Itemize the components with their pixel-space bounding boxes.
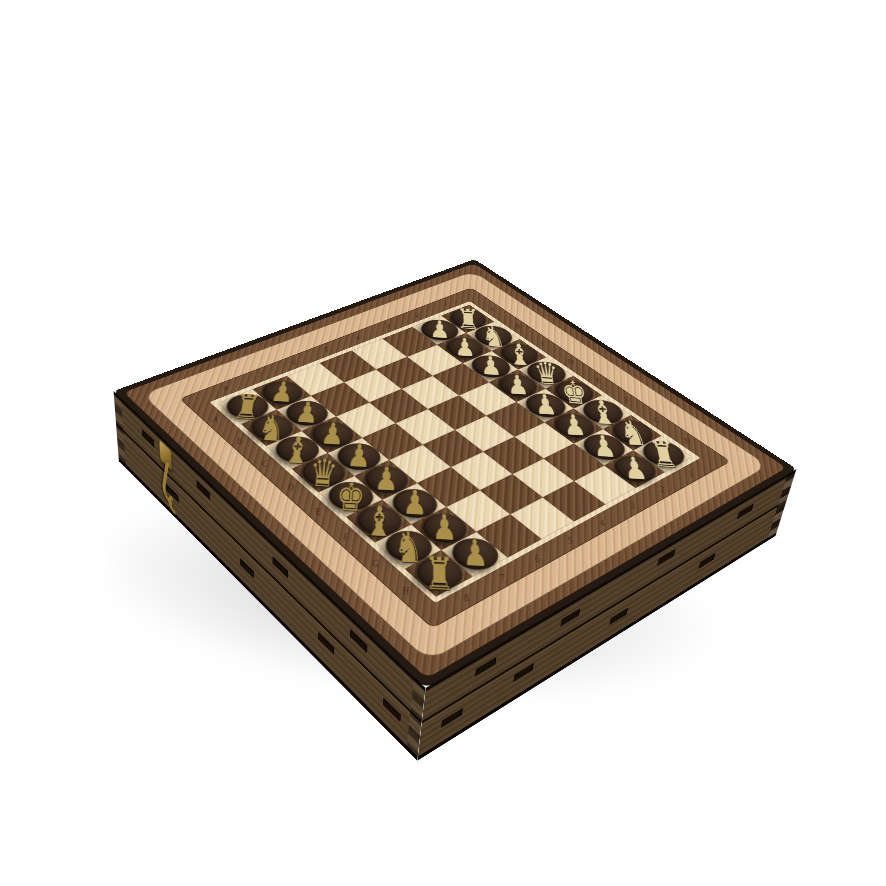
file-label: F [338,528,353,545]
board-square: ♞ [241,410,302,446]
board-square: ♝ [266,431,328,469]
rank-label: 6 [530,550,546,567]
board-square [446,490,510,532]
rank-label: 4 [594,514,610,530]
file-label: D [564,356,577,368]
joint-slot [513,663,534,682]
board-square: ♟ [411,507,476,550]
piece-black-queen: ♛ [293,453,354,492]
rank-label: 2 [655,482,671,497]
file-label: G [649,413,664,426]
board-square [544,444,605,482]
joint-slot [273,556,288,578]
piece-black-king: ♚ [320,476,383,516]
finger-joint [114,391,127,468]
piece-black-pawn: ♟ [384,483,447,523]
chess-box: ♜♞♝♛♚♝♞♜♟♟♟♟♟♟♟♟♟♟♟♟♟♟♟♟♜♞♝♛♚♝♞♜ AABBCCD… [114,259,797,688]
board-square [451,452,513,491]
board-top: ♜♞♝♛♚♝♞♜♟♟♟♟♟♟♟♟♟♟♟♟♟♟♟♟♜♞♝♛♚♝♞♜ AABBCCD… [114,259,797,688]
joint-slot [142,429,155,448]
joint-slot [657,549,676,566]
board-square: ♟ [604,450,665,488]
board-square [574,465,636,504]
joint-slot [196,480,210,500]
board-square [476,514,541,557]
file-label: C [257,456,272,471]
board-square: ♜ [405,550,473,597]
pawn-glyph: ♟ [392,475,438,532]
joint-slot [560,608,580,627]
king-glyph: ♚ [326,468,374,525]
file-label: G [368,554,383,571]
scene-rotation: ♜♞♝♛♚♝♞♜♟♟♟♟♟♟♟♟♟♟♟♟♟♟♟♟♜♞♝♛♚♝♞♜ AABBCCD… [2,0,885,882]
rank-label: 5 [563,532,579,548]
file-label: A [486,304,498,315]
piece-black-knight: ♞ [243,410,302,446]
piece-white-pawn: ♟ [605,450,664,487]
file-label: C [537,338,550,350]
rank-label: 2 [412,309,423,320]
pawn-glyph: ♟ [335,430,381,483]
file-label: E [591,374,605,386]
file-label: A [207,412,223,426]
file-label: F [620,394,634,407]
rook-glyph: ♜ [416,541,464,605]
joint-slot [737,503,754,519]
rank-label: 6 [287,356,301,368]
board-square: ♟ [441,532,507,577]
board-square [389,445,451,483]
board-square: ♟ [382,483,446,524]
rank-label: 7 [495,569,510,587]
piece-black-pawn: ♟ [303,417,362,453]
knight-glyph: ♞ [247,402,297,453]
piece-black-pawn: ♟ [413,507,477,549]
board-square [510,497,574,539]
board-square [423,430,484,467]
piece-black-pawn: ♟ [443,532,508,576]
board-square: ♟ [302,416,363,453]
joint-slot [475,657,497,677]
knight-glyph: ♞ [385,516,432,578]
piece-black-bishop: ♝ [267,431,327,468]
board-square [543,481,606,521]
board-square: ♚ [318,476,382,517]
pawn-glyph: ♟ [309,409,356,460]
pawn-glyph: ♟ [452,523,501,585]
rank-label: 5 [320,344,333,356]
pawn-glyph: ♟ [363,452,408,507]
board-square: ♟ [354,460,417,500]
file-label: B [511,320,523,331]
board-square: ♞ [375,524,441,569]
joint-slot [383,698,401,722]
board-square: ♟ [328,438,390,476]
board-square [483,437,544,474]
bishop-glyph: ♝ [272,423,321,476]
piece-black-knight: ♞ [376,524,441,568]
rank-label: 3 [625,498,641,513]
joint-slot [441,708,463,728]
bishop-glyph: ♝ [355,491,403,550]
joint-slot [318,632,334,655]
rank-label: 3 [382,320,394,331]
board-square [480,474,543,514]
rank-label: 1 [440,298,451,309]
piece-black-pawn: ♟ [329,438,389,475]
joint-slot [609,608,628,626]
piece-black-rook: ♜ [406,550,472,596]
rank-label: 1 [683,466,699,480]
file-label: B [232,434,248,448]
rank-label: 7 [254,369,268,382]
board-square [417,467,480,507]
file-label: E [310,503,325,519]
board-square: ♛ [292,453,355,492]
file-label: H [398,581,413,599]
rank-label: 4 [352,332,364,344]
board-square [362,423,423,460]
piece-black-bishop: ♝ [347,500,411,542]
joint-slot [240,558,254,579]
piece-black-pawn: ♟ [356,460,417,499]
board-square: ♝ [346,500,411,543]
rank-label: 8 [459,588,474,606]
photo-background: ♜♞♝♛♚♝♞♜♟♟♟♟♟♟♟♟♟♟♟♟♟♟♟♟♜♞♝♛♚♝♞♜ AABBCCD… [0,0,886,886]
queen-glyph: ♛ [299,445,348,500]
pawn-glyph: ♟ [422,499,468,559]
joint-slot [698,553,715,569]
board-square [512,459,574,498]
joint-slot [350,629,368,653]
file-label: D [283,479,298,494]
